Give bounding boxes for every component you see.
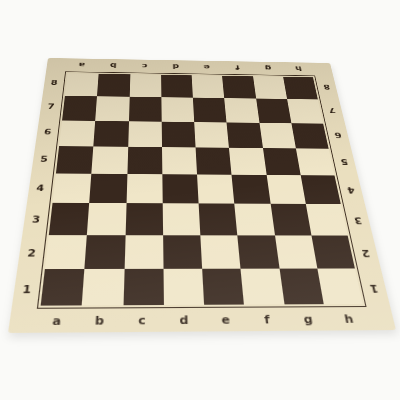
photo-background: abcdefgh 87654321 87654321 abcdefgh: [0, 0, 400, 400]
square-g1: [279, 268, 323, 304]
square-h6: [291, 123, 328, 149]
square-f2: [238, 235, 280, 268]
file-label-top-a: a: [65, 58, 98, 72]
square-e2: [200, 235, 240, 269]
square-c2: [124, 235, 163, 269]
square-a7: [62, 96, 97, 121]
square-d1: [163, 269, 204, 305]
square-h3: [306, 204, 348, 235]
file-label-top-e: e: [191, 61, 223, 74]
square-b2: [85, 235, 125, 269]
square-b1: [82, 269, 124, 306]
square-c4: [126, 174, 162, 203]
file-label-bottom-f: f: [245, 307, 289, 331]
square-f1: [241, 268, 284, 304]
square-d7: [161, 97, 194, 121]
square-g4: [266, 175, 305, 204]
board-frame: [37, 71, 367, 308]
square-h7: [287, 99, 323, 123]
square-f3: [235, 204, 275, 235]
file-label-top-b: b: [97, 59, 129, 73]
file-label-bottom-h: h: [326, 307, 371, 331]
square-c1: [123, 269, 164, 306]
square-h4: [300, 175, 340, 204]
square-d5: [162, 147, 197, 175]
square-g2: [274, 235, 317, 268]
file-label-bottom-e: e: [204, 308, 247, 332]
square-h8: [283, 77, 318, 100]
square-b3: [87, 203, 126, 235]
square-e3: [199, 204, 238, 235]
square-h5: [296, 148, 335, 175]
square-e6: [194, 122, 229, 148]
file-label-bottom-g: g: [286, 307, 331, 331]
file-label-top-h: h: [282, 62, 315, 75]
square-a6: [59, 120, 95, 146]
square-g5: [262, 148, 300, 175]
square-e8: [192, 75, 225, 98]
square-b7: [95, 96, 129, 121]
square-c7: [129, 97, 162, 121]
square-f8: [222, 76, 255, 99]
chess-board-mat: abcdefgh 87654321 87654321 abcdefgh: [8, 58, 396, 333]
square-h2: [311, 235, 355, 268]
file-label-bottom-a: a: [34, 309, 79, 333]
file-label-top-g: g: [252, 62, 285, 75]
square-d6: [161, 121, 195, 147]
square-f4: [232, 175, 270, 204]
square-a8: [65, 73, 99, 96]
square-b6: [94, 121, 129, 147]
square-d8: [161, 75, 193, 98]
square-f7: [224, 98, 259, 122]
square-a4: [53, 173, 92, 203]
square-g8: [253, 76, 287, 99]
square-f5: [229, 148, 266, 175]
square-d2: [163, 235, 202, 269]
board-grid: [41, 73, 363, 305]
square-d4: [162, 174, 199, 203]
square-c8: [129, 74, 161, 97]
square-c3: [125, 203, 163, 235]
file-labels-bottom: abcdefgh: [34, 307, 372, 333]
file-label-bottom-c: c: [120, 308, 163, 332]
square-g3: [270, 204, 311, 235]
square-h1: [317, 268, 363, 304]
square-e4: [197, 174, 234, 203]
square-c6: [128, 121, 162, 147]
square-f6: [227, 122, 263, 148]
square-a2: [45, 235, 87, 269]
square-d3: [162, 203, 200, 234]
square-a3: [49, 203, 90, 235]
file-label-bottom-b: b: [77, 308, 121, 332]
square-c5: [127, 147, 162, 175]
square-e1: [202, 268, 244, 304]
square-b5: [92, 146, 128, 174]
file-label-top-c: c: [129, 59, 161, 73]
square-e5: [196, 147, 232, 174]
file-label-bottom-d: d: [163, 308, 206, 332]
square-b8: [97, 74, 130, 97]
square-a1: [41, 269, 85, 306]
square-e7: [193, 98, 227, 122]
square-g7: [256, 99, 291, 123]
file-label-top-d: d: [160, 60, 191, 74]
square-a5: [56, 146, 94, 174]
square-b4: [89, 174, 127, 204]
file-label-top-f: f: [221, 61, 253, 74]
square-g6: [259, 123, 296, 149]
